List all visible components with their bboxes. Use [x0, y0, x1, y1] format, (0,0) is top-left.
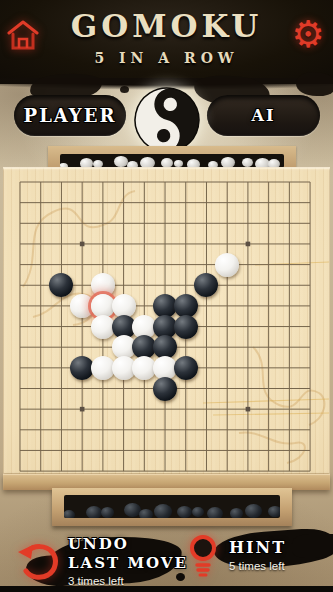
app-subtitle: 5 IN A ROW: [0, 50, 333, 66]
stone-black: [49, 273, 73, 297]
ai-label: AI: [252, 106, 276, 125]
stone-black: [194, 273, 218, 297]
black-tray-stone: [207, 507, 223, 518]
black-tray-stone: [245, 504, 262, 518]
undo-label-line1: UNDO: [68, 535, 188, 553]
hint-label: HINT: [229, 538, 286, 557]
undo-label-line2: LAST MOVE: [68, 554, 188, 572]
black-tray-stone: [192, 507, 204, 517]
top-bar: GOMOKU 5 IN A ROW: [0, 0, 333, 84]
game-board[interactable]: [3, 167, 330, 474]
undo-arrow-icon: [14, 541, 60, 583]
ai-pill: AI: [207, 95, 320, 136]
black-stone-tray: [52, 488, 292, 526]
stone-black: [174, 315, 198, 339]
white-stone-tray-slot: [60, 154, 284, 168]
black-tray-stone: [139, 509, 153, 518]
black-tray-stone: [230, 508, 243, 518]
app-title: GOMOKU: [0, 8, 333, 44]
white-tray-stone: [114, 156, 128, 167]
white-tray-stone: [242, 158, 253, 167]
home-icon: [6, 17, 40, 53]
bottom-strip: [0, 586, 333, 592]
ink-splatter: [296, 72, 333, 96]
player-label: PLAYER: [24, 105, 117, 126]
player-pill: PLAYER: [14, 95, 126, 136]
stone-black: [153, 377, 177, 401]
ink-splatter: [120, 86, 129, 93]
black-tray-stone: [154, 504, 172, 518]
black-tray-stone: [177, 506, 192, 518]
gear-icon: ⚙: [291, 13, 324, 56]
hint-remaining: 5 times left: [229, 560, 286, 572]
stone-white: [215, 253, 239, 277]
undo-button[interactable]: UNDO LAST MOVE 3 times left: [14, 535, 188, 587]
ink-splatter: [292, 534, 333, 558]
black-tray-stone: [268, 506, 280, 517]
white-tray-stone: [174, 160, 183, 167]
settings-button[interactable]: ⚙: [287, 13, 329, 57]
yin-yang-icon: [134, 87, 200, 153]
black-stone-tray-slot: [64, 495, 280, 518]
lightbulb-icon: [186, 533, 220, 579]
stones-layer: [3, 167, 330, 474]
stone-black: [174, 356, 198, 380]
black-tray-stone: [64, 510, 75, 518]
home-button[interactable]: [6, 17, 40, 53]
black-tray-stone: [101, 507, 114, 518]
hint-button[interactable]: HINT 5 times left: [186, 533, 286, 579]
black-tray-stone: [86, 506, 102, 518]
gomoku-app-screen: GOMOKU 5 IN A ROW ⚙ PLAYER AI: [0, 0, 333, 592]
